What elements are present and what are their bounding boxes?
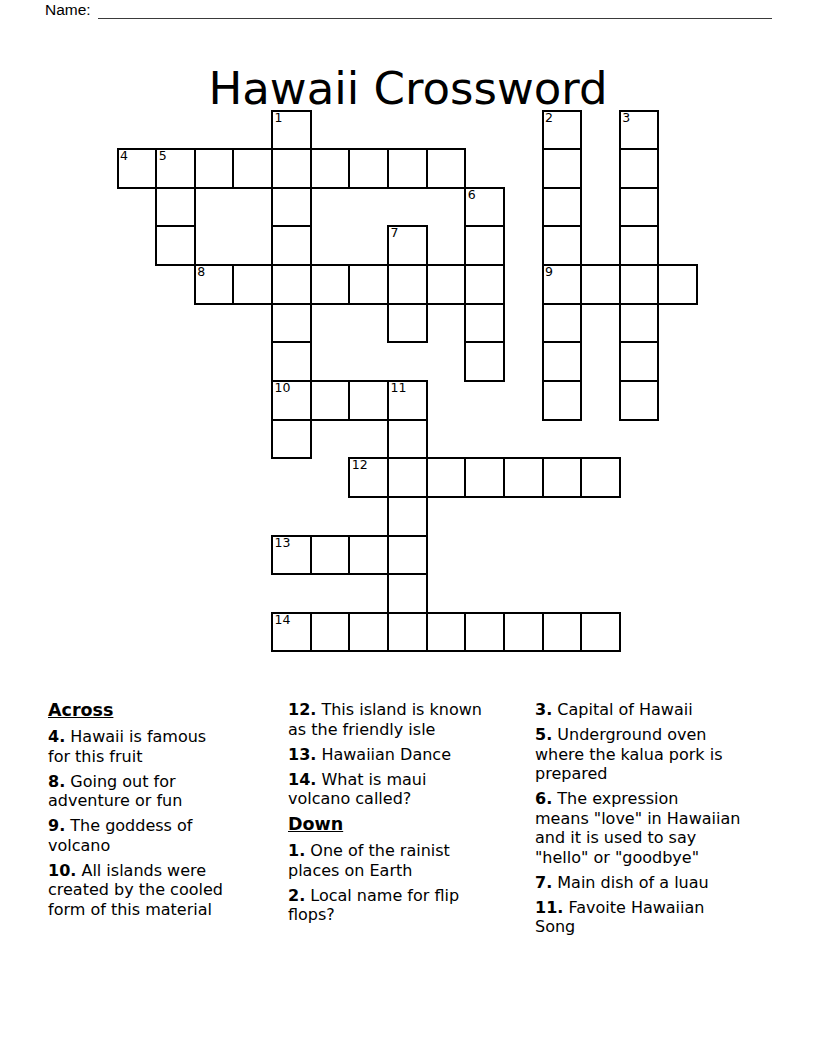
- grid-cell-r12c8[interactable]: [388, 536, 427, 575]
- cell-number-14: 14: [275, 613, 291, 627]
- grid-cell-r12c6[interactable]: [311, 536, 350, 575]
- clue-column-1: Across4. Hawaii is famous for this fruit…: [48, 700, 270, 925]
- clue-column-3: 3. Capital of Hawaii5. Underground oven …: [535, 700, 773, 942]
- clue-11: 11. Favoite Hawaiian Song: [535, 898, 773, 937]
- grid-cell-r8c7[interactable]: [349, 381, 388, 420]
- name-row: Name:: [45, 1, 772, 19]
- grid-cell-r10c8[interactable]: [388, 458, 427, 497]
- name-label: Name:: [45, 1, 91, 19]
- grid-cell-r4c5[interactable]: [272, 226, 311, 265]
- grid-cell-r7c14[interactable]: [620, 342, 659, 381]
- grid-cell-r2c1[interactable]: 4: [118, 149, 157, 188]
- grid-cell-r4c12[interactable]: [543, 226, 582, 265]
- cell-number-1: 1: [275, 111, 283, 125]
- clue-number-label: 7.: [535, 873, 552, 892]
- grid-cell-r2c9[interactable]: [427, 149, 466, 188]
- grid-cell-r4c2[interactable]: [156, 226, 195, 265]
- grid-cell-r8c5[interactable]: 10: [272, 381, 311, 420]
- grid-cell-r5c4[interactable]: [233, 265, 272, 304]
- clue-13: 13. Hawaiian Dance: [288, 745, 526, 765]
- grid-cell-r6c8[interactable]: [388, 304, 427, 343]
- grid-cell-r5c9[interactable]: [427, 265, 466, 304]
- grid-cell-r2c8[interactable]: [388, 149, 427, 188]
- grid-cell-r10c13[interactable]: [581, 458, 620, 497]
- grid-cell-r14c5[interactable]: 14: [272, 613, 311, 652]
- grid-cell-r2c3[interactable]: [195, 149, 234, 188]
- clue-6: 6. The expression means "love" in Hawaii…: [535, 789, 773, 867]
- clue-section-header-across: Across: [48, 700, 270, 721]
- grid-cell-r9c8[interactable]: [388, 420, 427, 459]
- cell-number-6: 6: [468, 188, 476, 202]
- clue-number-label: 6.: [535, 789, 552, 808]
- clue-number-label: 1.: [288, 841, 305, 860]
- clue-number-label: 2.: [288, 886, 305, 905]
- grid-cell-r4c8[interactable]: 7: [388, 226, 427, 265]
- grid-cell-r7c5[interactable]: [272, 342, 311, 381]
- grid-cell-r3c14[interactable]: [620, 188, 659, 227]
- grid-cell-r11c8[interactable]: [388, 497, 427, 536]
- clue-section-header-down: Down: [288, 814, 526, 835]
- grid-cell-r14c12[interactable]: [543, 613, 582, 652]
- clue-number-label: 14.: [288, 770, 316, 789]
- clue-4: 4. Hawaii is famous for this fruit: [48, 727, 270, 766]
- clue-3: 3. Capital of Hawaii: [535, 700, 773, 720]
- name-input-line[interactable]: [98, 2, 772, 19]
- grid-cell-r4c14[interactable]: [620, 226, 659, 265]
- page-title: Hawaii Crossword: [0, 63, 816, 115]
- grid-cell-r2c5[interactable]: [272, 149, 311, 188]
- clue-9: 9. The goddess of volcano: [48, 816, 270, 855]
- cell-number-4: 4: [120, 149, 128, 163]
- clue-14: 14. What is maui volcano called?: [288, 770, 526, 809]
- grid-cell-r5c6[interactable]: [311, 265, 350, 304]
- grid-cell-r2c7[interactable]: [349, 149, 388, 188]
- clue-1: 1. One of the rainist places on Earth: [288, 841, 526, 880]
- clue-number-label: 4.: [48, 727, 65, 746]
- grid-cell-r14c10[interactable]: [465, 613, 504, 652]
- clue-8: 8. Going out for adventure or fun: [48, 772, 270, 811]
- grid-cell-r5c10[interactable]: [465, 265, 504, 304]
- grid-cell-r14c6[interactable]: [311, 613, 350, 652]
- grid-cell-r2c6[interactable]: [311, 149, 350, 188]
- grid-cell-r7c12[interactable]: [543, 342, 582, 381]
- grid-cell-r14c7[interactable]: [349, 613, 388, 652]
- grid-cell-r6c12[interactable]: [543, 304, 582, 343]
- clue-number-label: 5.: [535, 725, 552, 744]
- grid-cell-r2c12[interactable]: [543, 149, 582, 188]
- grid-cell-r6c10[interactable]: [465, 304, 504, 343]
- grid-cell-r14c9[interactable]: [427, 613, 466, 652]
- grid-cell-r8c14[interactable]: [620, 381, 659, 420]
- grid-cell-r14c11[interactable]: [504, 613, 543, 652]
- grid-cell-r8c8[interactable]: 11: [388, 381, 427, 420]
- cell-number-10: 10: [275, 381, 291, 395]
- grid-cell-r4c10[interactable]: [465, 226, 504, 265]
- clue-number-label: 11.: [535, 898, 563, 917]
- cell-number-13: 13: [275, 536, 291, 550]
- grid-cell-r5c15[interactable]: [658, 265, 697, 304]
- grid-cell-r10c7[interactable]: 12: [349, 458, 388, 497]
- clue-12: 12. This island is known as the friendly…: [288, 700, 526, 739]
- grid-cell-r5c13[interactable]: [581, 265, 620, 304]
- grid-cell-r10c12[interactable]: [543, 458, 582, 497]
- grid-cell-r1c14[interactable]: 3: [620, 111, 659, 150]
- worksheet-page: Name: Hawaii Crossword 12345678910111213…: [0, 0, 816, 1056]
- grid-cell-r1c5[interactable]: 1: [272, 111, 311, 150]
- grid-cell-r5c5[interactable]: [272, 265, 311, 304]
- clue-number-label: 8.: [48, 772, 65, 791]
- clue-10: 10. All islands were created by the cool…: [48, 861, 270, 920]
- grid-cell-r5c7[interactable]: [349, 265, 388, 304]
- grid-cell-r6c5[interactable]: [272, 304, 311, 343]
- grid-cell-r2c4[interactable]: [233, 149, 272, 188]
- cell-number-3: 3: [622, 111, 630, 125]
- grid-cell-r3c12[interactable]: [543, 188, 582, 227]
- grid-cell-r3c10[interactable]: 6: [465, 188, 504, 227]
- grid-cell-r5c8[interactable]: [388, 265, 427, 304]
- cell-number-7: 7: [390, 226, 398, 240]
- grid-cell-r12c5[interactable]: 13: [272, 536, 311, 575]
- grid-cell-r8c12[interactable]: [543, 381, 582, 420]
- clue-number-label: 9.: [48, 816, 65, 835]
- grid-cell-r5c12[interactable]: 9: [543, 265, 582, 304]
- grid-cell-r3c2[interactable]: [156, 188, 195, 227]
- grid-cell-r12c7[interactable]: [349, 536, 388, 575]
- grid-cell-r3c5[interactable]: [272, 188, 311, 227]
- grid-cell-r7c10[interactable]: [465, 342, 504, 381]
- grid-cell-r5c14[interactable]: [620, 265, 659, 304]
- cell-number-5: 5: [159, 149, 167, 163]
- clue-number-label: 12.: [288, 700, 316, 719]
- clue-5: 5. Underground oven where the kalua pork…: [535, 725, 773, 784]
- grid-cell-r2c14[interactable]: [620, 149, 659, 188]
- cell-number-11: 11: [390, 381, 406, 395]
- cell-number-2: 2: [545, 111, 553, 125]
- cell-number-8: 8: [197, 265, 205, 279]
- clue-7: 7. Main dish of a luau: [535, 873, 773, 893]
- grid-cell-r6c14[interactable]: [620, 304, 659, 343]
- cell-number-12: 12: [352, 458, 368, 472]
- clue-number-label: 3.: [535, 700, 552, 719]
- clue-number-label: 10.: [48, 861, 76, 880]
- clue-column-2: 12. This island is known as the friendly…: [288, 700, 526, 930]
- grid-cell-r8c6[interactable]: [311, 381, 350, 420]
- grid-cell-r1c12[interactable]: 2: [543, 111, 582, 150]
- grid-cell-r9c5[interactable]: [272, 420, 311, 459]
- grid-cell-r10c9[interactable]: [427, 458, 466, 497]
- cell-number-9: 9: [545, 265, 553, 279]
- grid-cell-r5c3[interactable]: 8: [195, 265, 234, 304]
- crossword-grid: 1234567891011121314: [118, 111, 698, 652]
- grid-cell-r14c13[interactable]: [581, 613, 620, 652]
- grid-cell-r13c8[interactable]: [388, 574, 427, 613]
- grid-cell-r14c8[interactable]: [388, 613, 427, 652]
- grid-cell-r10c11[interactable]: [504, 458, 543, 497]
- grid-cell-r10c10[interactable]: [465, 458, 504, 497]
- grid-cell-r2c2[interactable]: 5: [156, 149, 195, 188]
- clue-number-label: 13.: [288, 745, 316, 764]
- clue-2: 2. Local name for flip flops?: [288, 886, 526, 925]
